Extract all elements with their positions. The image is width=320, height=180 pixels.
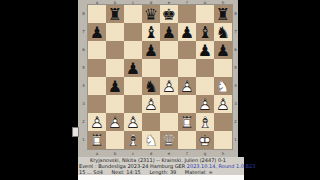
piece-black-knight-d4[interactable]: ♞ <box>142 77 160 95</box>
square-f2[interactable]: ♜ <box>178 113 196 131</box>
square-f8[interactable] <box>178 5 196 23</box>
piece-black-pawn-h6[interactable]: ♟ <box>214 41 232 59</box>
square-f1[interactable] <box>178 131 196 149</box>
piece-black-queen-d8[interactable]: ♛ <box>142 5 160 23</box>
piece-white-pawn-d3[interactable]: ♟ <box>142 95 160 113</box>
square-b3[interactable] <box>106 95 124 113</box>
chess-gui-panel: abcdefgh abcdefgh 87654321 87654321 ♜♛♚♜… <box>78 0 238 180</box>
piece-black-king-e8[interactable]: ♚ <box>160 5 178 23</box>
square-a3[interactable] <box>88 95 106 113</box>
piece-white-knight-d1[interactable]: ♞ <box>142 131 160 149</box>
square-g4[interactable] <box>196 77 214 95</box>
piece-black-pawn-f7[interactable]: ♟ <box>178 23 196 41</box>
square-g1[interactable]: ♚ <box>196 131 214 149</box>
rank-label-1: 1 <box>80 131 87 149</box>
file-label-g: g <box>196 150 214 157</box>
square-h4[interactable]: ♞ <box>214 77 232 95</box>
square-d2[interactable] <box>142 113 160 131</box>
square-e3[interactable] <box>160 95 178 113</box>
rank-label-5: 5 <box>80 59 87 77</box>
rank-label-4: 4 <box>233 77 238 95</box>
square-e6[interactable] <box>160 41 178 59</box>
rank-label-6: 6 <box>80 41 87 59</box>
piece-black-rook-b8[interactable]: ♜ <box>106 5 124 23</box>
rank-label-8: 8 <box>233 5 238 23</box>
square-b4[interactable]: ♟ <box>106 77 124 95</box>
square-e2[interactable] <box>160 113 178 131</box>
square-f5[interactable] <box>178 59 196 77</box>
piece-black-pawn-b4[interactable]: ♟ <box>106 77 124 95</box>
square-f7[interactable]: ♟ <box>178 23 196 41</box>
rank-label-4: 4 <box>80 77 87 95</box>
rank-label-1: 1 <box>233 131 238 149</box>
file-label-a: a <box>88 150 106 157</box>
square-h6[interactable]: ♟ <box>214 41 232 59</box>
piece-black-bishop-g7[interactable]: ♝ <box>196 23 214 41</box>
piece-white-pawn-f4[interactable]: ♟ <box>178 77 196 95</box>
square-c5[interactable]: ♟ <box>124 59 142 77</box>
piece-white-pawn-b2[interactable]: ♟ <box>106 113 124 131</box>
file-label-e: e <box>160 150 178 157</box>
square-b1[interactable] <box>106 131 124 149</box>
square-c4[interactable] <box>124 77 142 95</box>
piece-white-queen-e1[interactable]: ♛ <box>160 131 178 149</box>
piece-black-bishop-d7[interactable]: ♝ <box>142 23 160 41</box>
piece-white-pawn-c2[interactable]: ♟ <box>124 113 142 131</box>
square-a1[interactable]: ♜ <box>88 131 106 149</box>
square-b7[interactable] <box>106 23 124 41</box>
square-e7[interactable]: ♟ <box>160 23 178 41</box>
rank-label-6: 6 <box>233 41 238 59</box>
piece-black-pawn-e7[interactable]: ♟ <box>160 23 178 41</box>
square-g3[interactable]: ♟ <box>196 95 214 113</box>
square-c1[interactable]: ♝ <box>124 131 142 149</box>
piece-white-knight-h4[interactable]: ♞ <box>214 77 232 95</box>
rank-label-5: 5 <box>233 59 238 77</box>
square-c3[interactable] <box>124 95 142 113</box>
piece-black-pawn-g6[interactable]: ♟ <box>196 41 214 59</box>
piece-white-bishop-g2[interactable]: ♝ <box>196 113 214 131</box>
file-label-c: c <box>124 150 142 157</box>
side-to-move-indicator <box>72 127 79 137</box>
piece-white-king-g1[interactable]: ♚ <box>196 131 214 149</box>
square-g8[interactable] <box>196 5 214 23</box>
rank-label-7: 7 <box>233 23 238 41</box>
rank-label-7: 7 <box>80 23 87 41</box>
square-d8[interactable]: ♛ <box>142 5 160 23</box>
piece-white-bishop-c1[interactable]: ♝ <box>124 131 142 149</box>
rank-label-3: 3 <box>80 95 87 113</box>
square-h2[interactable] <box>214 113 232 131</box>
square-c6[interactable] <box>124 41 142 59</box>
square-b2[interactable]: ♟ <box>106 113 124 131</box>
square-c2[interactable]: ♟ <box>124 113 142 131</box>
square-a7[interactable]: ♟ <box>88 23 106 41</box>
rank-label-2: 2 <box>233 113 238 131</box>
square-e8[interactable]: ♚ <box>160 5 178 23</box>
square-e5[interactable] <box>160 59 178 77</box>
rank-label-2: 2 <box>80 113 87 131</box>
piece-white-rook-a1[interactable]: ♜ <box>88 131 106 149</box>
square-c7[interactable] <box>124 23 142 41</box>
square-h3[interactable]: ♟ <box>214 95 232 113</box>
rank-label-8: 8 <box>80 5 87 23</box>
square-g5[interactable] <box>196 59 214 77</box>
square-g7[interactable]: ♝ <box>196 23 214 41</box>
square-h1[interactable] <box>214 131 232 149</box>
square-a8[interactable] <box>88 5 106 23</box>
square-h8[interactable]: ♜ <box>214 5 232 23</box>
rank-labels-right: 87654321 <box>233 5 238 149</box>
piece-white-pawn-g3[interactable]: ♟ <box>196 95 214 113</box>
chess-board[interactable]: ♜♛♚♜♟♝♟♟♝♞♟♟♟♟♟♞♟♟♞♟♟♟♟♟♟♜♝♜♝♞♛♚ <box>88 5 232 149</box>
square-f6[interactable] <box>178 41 196 59</box>
piece-white-rook-f2[interactable]: ♜ <box>178 113 196 131</box>
square-f4[interactable]: ♟ <box>178 77 196 95</box>
square-a4[interactable] <box>88 77 106 95</box>
square-e1[interactable]: ♛ <box>160 131 178 149</box>
file-label-h: h <box>214 150 232 157</box>
piece-white-pawn-e4[interactable]: ♟ <box>160 77 178 95</box>
square-b5[interactable] <box>106 59 124 77</box>
square-h5[interactable] <box>214 59 232 77</box>
rank-label-3: 3 <box>233 95 238 113</box>
piece-black-knight-h7[interactable]: ♞ <box>214 23 232 41</box>
file-labels-bottom: abcdefgh <box>88 150 232 157</box>
piece-white-pawn-a2[interactable]: ♟ <box>88 113 106 131</box>
square-a6[interactable] <box>88 41 106 59</box>
square-d6[interactable]: ♟ <box>142 41 160 59</box>
piece-black-pawn-c5[interactable]: ♟ <box>124 59 142 77</box>
piece-white-pawn-h3[interactable]: ♟ <box>214 95 232 113</box>
square-h7[interactable]: ♞ <box>214 23 232 41</box>
file-label-f: f <box>178 150 196 157</box>
square-c8[interactable] <box>124 5 142 23</box>
square-a2[interactable]: ♟ <box>88 113 106 131</box>
square-d5[interactable] <box>142 59 160 77</box>
square-a5[interactable] <box>88 59 106 77</box>
piece-black-pawn-a7[interactable]: ♟ <box>88 23 106 41</box>
square-d1[interactable]: ♞ <box>142 131 160 149</box>
piece-black-rook-h8[interactable]: ♜ <box>214 5 232 23</box>
square-d7[interactable]: ♝ <box>142 23 160 41</box>
square-d3[interactable]: ♟ <box>142 95 160 113</box>
square-f3[interactable] <box>178 95 196 113</box>
game-info-panel: Kryjanovski, Nikita (2311) -- Krainski, … <box>78 157 244 180</box>
square-g2[interactable]: ♝ <box>196 113 214 131</box>
square-d4[interactable]: ♞ <box>142 77 160 95</box>
square-g6[interactable]: ♟ <box>196 41 214 59</box>
square-b8[interactable]: ♜ <box>106 5 124 23</box>
file-label-d: d <box>142 150 160 157</box>
file-label-b: b <box>106 150 124 157</box>
footer-blank-strip <box>78 175 244 180</box>
square-e4[interactable]: ♟ <box>160 77 178 95</box>
rank-labels-left: 87654321 <box>80 5 87 149</box>
piece-black-pawn-d6[interactable]: ♟ <box>142 41 160 59</box>
square-b6[interactable] <box>106 41 124 59</box>
